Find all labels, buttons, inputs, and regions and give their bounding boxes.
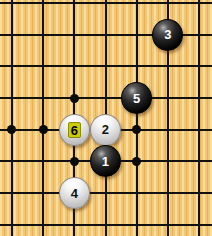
move-number-highlighted: 6 [68,122,81,138]
point-marker-dot [132,157,141,166]
board-point[interactable]: 5 [121,82,152,114]
stone-black-1[interactable]: 1 [90,145,121,177]
move-number: 4 [71,187,78,200]
board-point[interactable] [0,114,28,146]
board-point[interactable]: 1 [90,146,121,178]
point-marker-dot [7,125,16,134]
move-number: 5 [133,92,140,105]
stone-white-4[interactable]: 4 [59,177,90,209]
point-marker-dot [70,157,79,166]
board-point[interactable]: 6 [59,114,90,146]
go-board-screenshot: 356214 [0,0,212,236]
stone-white-2[interactable]: 2 [90,114,121,146]
board-point[interactable] [121,114,152,146]
stone-white-6[interactable]: 6 [59,114,90,146]
board-point[interactable]: 2 [90,114,121,146]
board-point[interactable]: 4 [59,177,90,209]
board-point[interactable] [121,146,152,178]
board-point[interactable] [28,114,59,146]
move-number: 1 [102,155,109,168]
stone-black-5[interactable]: 5 [121,82,152,114]
board-point[interactable] [59,82,90,114]
point-marker-dot [70,94,79,103]
point-marker-dot [132,125,141,134]
stone-black-3[interactable]: 3 [152,19,183,51]
board-point[interactable] [59,146,90,178]
move-number: 3 [164,28,171,41]
move-number: 2 [102,123,109,136]
board-point[interactable]: 3 [152,19,183,51]
point-marker-dot [39,125,48,134]
go-board[interactable]: 356214 [0,0,212,236]
